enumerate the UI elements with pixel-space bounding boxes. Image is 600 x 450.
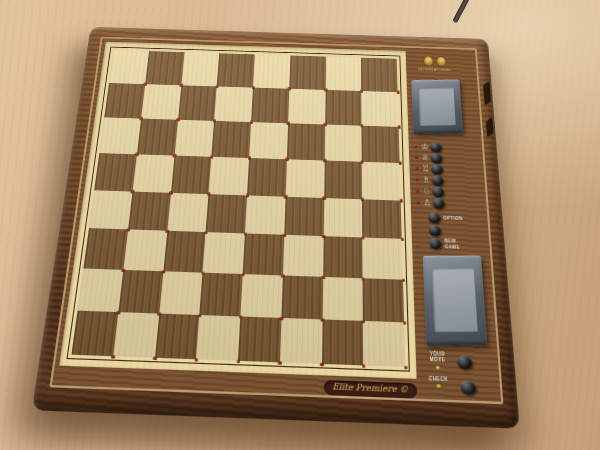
side-connector-notch [486,117,494,137]
square-h4[interactable] [362,199,402,239]
square-d3[interactable] [203,232,245,274]
chess-computer-board: INTERNATIONAL ♔ ♕ ♖ [32,27,520,429]
square-h3[interactable] [362,238,402,280]
square-f4[interactable] [284,196,324,236]
square-e8[interactable] [253,54,290,88]
square-f1[interactable] [280,318,322,364]
rook-led [415,167,418,170]
square-b5[interactable] [132,154,174,192]
option-key-row: OPTION [428,212,470,224]
your-move-led [436,366,440,370]
queen-led [415,156,418,159]
square-d1[interactable] [196,315,240,361]
check-indicator: CHECK [425,376,452,389]
square-c6[interactable] [174,120,214,157]
square-h7[interactable] [361,91,398,127]
rook-button[interactable] [431,164,443,175]
playing-area [59,42,417,379]
check-led [436,385,441,389]
square-h2[interactable] [363,279,404,323]
chess-board-grid [71,50,405,367]
square-a1[interactable] [71,311,118,356]
pawn-key-row: ♙ [416,197,444,209]
square-g7[interactable] [325,90,362,126]
knight-key-row: ♘ [416,186,444,197]
pawn-icon: ♙ [421,198,432,207]
option-label: OPTION [443,215,469,221]
square-a4[interactable] [89,190,132,230]
square-d2[interactable] [200,273,243,317]
check-button[interactable] [460,380,476,395]
square-d8[interactable] [217,53,255,87]
brand-medallion: INTERNATIONAL [412,55,457,73]
your-move-label: YOUR MOVE [424,351,450,364]
square-g4[interactable] [323,198,362,238]
square-b7[interactable] [141,84,181,119]
square-d6[interactable] [212,121,251,158]
model-plaque: Elite Premiere © [323,380,417,399]
board-top-surface: INTERNATIONAL ♔ ♕ ♖ [49,37,503,405]
function-label [444,231,470,232]
crest-icon [423,56,434,67]
square-e1[interactable] [238,317,281,363]
bishop-button[interactable] [431,175,443,186]
control-panel: INTERNATIONAL ♔ ♕ ♖ [409,51,496,397]
bishop-key-row: ♗ [416,175,444,186]
function-key-row [429,225,471,237]
square-d7[interactable] [214,86,253,122]
square-e3[interactable] [243,234,284,276]
square-a6[interactable] [99,117,141,154]
square-b4[interactable] [128,191,171,231]
lcd-display-bottom [423,255,488,345]
new-game-key-row: NEW GAME [429,238,471,251]
square-a5[interactable] [94,153,136,191]
crest-caption: INTERNATIONAL [414,68,455,73]
pawn-button[interactable] [432,198,444,209]
new-game-label: NEW GAME [444,239,471,250]
bishop-led [416,178,419,181]
square-e2[interactable] [240,274,282,318]
square-b6[interactable] [137,118,178,155]
square-h1[interactable] [363,321,405,367]
square-g3[interactable] [323,236,363,278]
king-led [415,145,418,148]
square-a7[interactable] [104,83,145,118]
square-a8[interactable] [109,50,149,84]
square-f7[interactable] [288,89,325,125]
power-cable [452,0,470,23]
square-g1[interactable] [321,320,363,366]
square-f3[interactable] [283,235,324,277]
desk-surface: INTERNATIONAL ♔ ♕ ♖ [0,0,600,450]
square-f5[interactable] [285,159,324,198]
square-d5[interactable] [209,156,249,195]
queen-icon: ♕ [420,154,431,163]
square-f2[interactable] [281,276,322,320]
square-e5[interactable] [247,158,287,197]
square-c1[interactable] [155,314,200,360]
function-button[interactable] [429,225,442,236]
king-key-row: ♔ [414,142,441,153]
square-h8[interactable] [361,58,397,92]
square-g5[interactable] [324,160,362,199]
square-c8[interactable] [181,52,220,86]
lcd-screen-top [418,87,455,126]
square-c3[interactable] [163,231,206,273]
square-g2[interactable] [322,277,363,321]
rook-key-row: ♖ [415,164,443,175]
king-icon: ♔ [419,143,430,151]
knight-icon: ♘ [421,187,432,196]
square-g8[interactable] [325,57,361,91]
square-c2[interactable] [159,272,203,316]
square-c7[interactable] [178,85,217,121]
new-game-button[interactable] [429,238,442,249]
square-h5[interactable] [362,161,401,200]
square-e4[interactable] [245,195,285,235]
square-b8[interactable] [145,51,184,85]
your-move-button[interactable] [457,355,473,369]
square-c5[interactable] [171,155,212,193]
square-f8[interactable] [289,55,326,89]
square-a3[interactable] [83,228,127,270]
square-a2[interactable] [77,269,123,313]
pawn-led [417,201,420,204]
king-button[interactable] [430,142,442,152]
lcd-display-top [411,79,463,133]
square-h6[interactable] [362,125,400,162]
rook-icon: ♖ [420,165,431,174]
check-label: CHECK [425,376,451,383]
your-move-indicator: YOUR MOVE [424,351,451,370]
lcd-screen-bottom [431,268,477,333]
square-b1[interactable] [113,312,159,358]
knight-button[interactable] [432,186,444,197]
square-b3[interactable] [123,230,167,272]
square-c4[interactable] [167,192,209,232]
bishop-icon: ♗ [421,176,432,185]
side-connector-notch [483,81,491,106]
knight-led [416,190,419,193]
queen-key-row: ♕ [415,153,443,164]
square-e7[interactable] [251,87,289,123]
crest-icon [436,56,447,67]
square-e6[interactable] [249,122,288,159]
square-d4[interactable] [206,194,247,234]
square-g6[interactable] [324,124,362,161]
square-b2[interactable] [118,270,163,314]
square-f6[interactable] [287,123,325,160]
queen-button[interactable] [430,153,442,163]
option-button[interactable] [428,212,441,223]
